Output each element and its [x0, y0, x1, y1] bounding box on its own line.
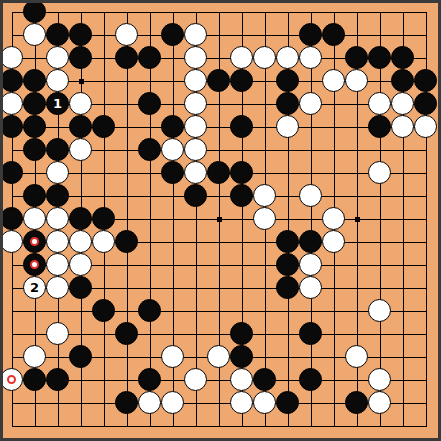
stone-black	[368, 46, 391, 69]
circle-marker	[7, 375, 16, 384]
stone-black	[299, 368, 322, 391]
stone-black	[23, 368, 46, 391]
stone-black	[46, 138, 69, 161]
circle-marker	[30, 260, 39, 269]
stone-white	[253, 391, 276, 414]
stone-white	[161, 391, 184, 414]
stone-black	[414, 92, 437, 115]
stone-black	[276, 276, 299, 299]
stone-white	[230, 368, 253, 391]
stone-white	[46, 46, 69, 69]
stone-white	[207, 345, 230, 368]
stone-black	[161, 161, 184, 184]
stone-white	[391, 92, 414, 115]
stone-white	[184, 92, 207, 115]
stone-black	[23, 92, 46, 115]
stone-black	[161, 23, 184, 46]
grid-line-horizontal	[12, 311, 427, 312]
stone-black	[23, 0, 46, 23]
stone-white	[368, 161, 391, 184]
stone-white	[46, 322, 69, 345]
stone-black	[230, 161, 253, 184]
stone-white	[368, 299, 391, 322]
stone-black	[276, 92, 299, 115]
star-point	[79, 79, 84, 84]
star-point	[217, 217, 222, 222]
stone-black	[138, 138, 161, 161]
stone-white	[23, 207, 46, 230]
grid-line-vertical	[380, 12, 381, 427]
stone-white	[184, 23, 207, 46]
stone-white	[276, 46, 299, 69]
stone-white	[322, 207, 345, 230]
stone-black	[230, 345, 253, 368]
stone-black	[23, 138, 46, 161]
stone-white	[184, 115, 207, 138]
circle-marker	[30, 237, 39, 246]
stone-black	[276, 391, 299, 414]
stone-black	[138, 368, 161, 391]
stone-black	[184, 184, 207, 207]
stone-black	[46, 184, 69, 207]
stone-black	[23, 253, 46, 276]
stone-white	[69, 138, 92, 161]
stone-white	[299, 253, 322, 276]
stone-white	[0, 230, 23, 253]
stone-white	[299, 46, 322, 69]
stone-black	[0, 161, 23, 184]
star-point	[355, 217, 360, 222]
stone-black	[23, 69, 46, 92]
stone-black	[92, 207, 115, 230]
stone-white	[368, 391, 391, 414]
stone-white	[0, 92, 23, 115]
stone-black	[23, 230, 46, 253]
stone-black	[23, 184, 46, 207]
stone-black	[322, 23, 345, 46]
stone-white	[161, 138, 184, 161]
stone-black	[276, 230, 299, 253]
stone-white	[23, 345, 46, 368]
stone-black	[207, 69, 230, 92]
stone-white	[322, 230, 345, 253]
stone-white	[368, 92, 391, 115]
stone-white	[345, 345, 368, 368]
stone-black	[69, 46, 92, 69]
stone-black	[345, 391, 368, 414]
stone-black	[138, 299, 161, 322]
stone-black	[23, 115, 46, 138]
stone-black	[69, 207, 92, 230]
stone-black	[368, 115, 391, 138]
stone-black	[276, 69, 299, 92]
stone-white	[46, 276, 69, 299]
stone-black	[115, 46, 138, 69]
stone-white	[230, 46, 253, 69]
stone-black	[92, 299, 115, 322]
stone-white	[184, 69, 207, 92]
stone-black	[391, 46, 414, 69]
stone-white	[368, 368, 391, 391]
stone-black	[69, 23, 92, 46]
stone-black	[115, 391, 138, 414]
stone-white	[184, 46, 207, 69]
grid-line-horizontal	[12, 334, 427, 335]
stone-black	[69, 276, 92, 299]
stone-black	[414, 69, 437, 92]
stone-white	[0, 368, 23, 391]
go-board: 12	[0, 0, 441, 441]
stone-white	[46, 253, 69, 276]
stone-black	[46, 23, 69, 46]
stone-black	[0, 207, 23, 230]
stone-black: 1	[46, 92, 69, 115]
stone-black	[46, 368, 69, 391]
stone-black	[92, 115, 115, 138]
stone-black	[115, 322, 138, 345]
stone-black	[230, 322, 253, 345]
stone-white	[184, 368, 207, 391]
stone-white	[161, 345, 184, 368]
stone-black	[391, 69, 414, 92]
stone-white	[184, 161, 207, 184]
stone-black	[115, 230, 138, 253]
move-number-label: 1	[53, 97, 62, 110]
stone-white	[46, 69, 69, 92]
stone-black	[230, 69, 253, 92]
stone-black	[299, 23, 322, 46]
stone-white	[138, 391, 161, 414]
stone-black	[345, 46, 368, 69]
stone-black	[0, 115, 23, 138]
stone-white	[322, 69, 345, 92]
stone-black	[161, 115, 184, 138]
stone-white	[92, 230, 115, 253]
stone-white	[345, 69, 368, 92]
stone-black	[253, 368, 276, 391]
stone-white	[253, 207, 276, 230]
stone-white	[299, 184, 322, 207]
stone-black	[0, 69, 23, 92]
stone-white	[253, 46, 276, 69]
stone-white	[46, 230, 69, 253]
grid-line-horizontal	[12, 380, 427, 381]
grid-line-vertical	[311, 12, 312, 427]
stone-black	[138, 92, 161, 115]
stone-white	[391, 115, 414, 138]
stone-black	[276, 253, 299, 276]
stone-white	[184, 138, 207, 161]
stone-white	[230, 391, 253, 414]
stone-white	[115, 23, 138, 46]
stone-black	[299, 322, 322, 345]
stone-black	[69, 115, 92, 138]
stone-white	[253, 184, 276, 207]
stone-white	[46, 207, 69, 230]
stone-white	[276, 115, 299, 138]
stone-white	[46, 161, 69, 184]
stone-white	[0, 46, 23, 69]
stone-white: 2	[23, 276, 46, 299]
stone-black	[138, 46, 161, 69]
stone-white	[414, 115, 437, 138]
go-diagram: 12	[0, 0, 441, 441]
stone-black	[207, 161, 230, 184]
stone-black	[230, 115, 253, 138]
stone-white	[69, 92, 92, 115]
stone-white	[299, 276, 322, 299]
stone-white	[23, 23, 46, 46]
grid-line-horizontal	[12, 426, 427, 427]
stone-white	[299, 92, 322, 115]
move-number-label: 2	[30, 281, 39, 294]
stone-black	[69, 345, 92, 368]
stone-black	[299, 230, 322, 253]
stone-white	[69, 230, 92, 253]
stone-black	[230, 184, 253, 207]
stone-white	[69, 253, 92, 276]
